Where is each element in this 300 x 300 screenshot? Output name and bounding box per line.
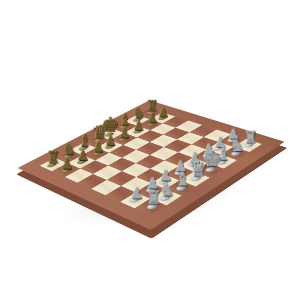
chess-set-product-photo: ♜♞♝♛♚♝♞♜♟♟♟♟♟♟♟♟♟♟♟♟♟♟♟♟♜♞♝♛♚♝♞♜ bbox=[0, 0, 300, 300]
piece-black-pawn[interactable]: ♟ bbox=[55, 156, 79, 170]
square-a1[interactable]: ♜ bbox=[135, 199, 166, 216]
piece-white-rook[interactable]: ♜ bbox=[141, 189, 168, 207]
